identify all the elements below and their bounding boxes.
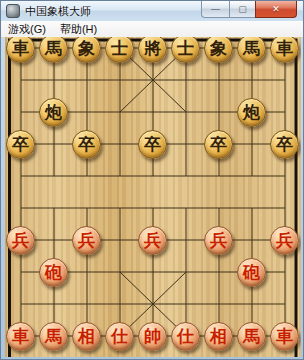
close-icon: ✕ <box>272 5 280 14</box>
menubar: 游戏(G) 帮助(H) <box>1 21 303 38</box>
piece-red-advisor[interactable]: 仕 <box>171 322 200 351</box>
piece-red-soldier[interactable]: 兵 <box>6 226 35 255</box>
piece-black-horse[interactable]: 馬 <box>237 37 266 63</box>
piece-black-soldier[interactable]: 卒 <box>6 130 35 159</box>
piece-red-soldier[interactable]: 兵 <box>270 226 299 255</box>
piece-black-soldier[interactable]: 卒 <box>270 130 299 159</box>
xiangqi-board[interactable]: 車馬象士將士象馬車炮炮卒卒卒卒卒兵兵兵兵兵砲砲車馬相仕帥仕相馬車 <box>5 37 301 357</box>
app-window: 中国象棋大师 — ▢ ✕ 游戏(G) 帮助(H) <box>0 0 304 360</box>
piece-red-cannon[interactable]: 砲 <box>237 258 266 287</box>
minimize-icon: — <box>211 5 220 14</box>
piece-black-general[interactable]: 將 <box>138 37 167 63</box>
piece-black-elephant[interactable]: 象 <box>204 37 233 63</box>
close-button[interactable]: ✕ <box>255 1 297 18</box>
piece-red-horse[interactable]: 馬 <box>237 322 266 351</box>
piece-black-horse[interactable]: 馬 <box>39 37 68 63</box>
piece-red-soldier[interactable]: 兵 <box>138 226 167 255</box>
app-icon <box>6 4 20 18</box>
piece-red-chariot[interactable]: 車 <box>270 322 299 351</box>
maximize-icon: ▢ <box>238 5 247 14</box>
piece-red-advisor[interactable]: 仕 <box>105 322 134 351</box>
minimize-button[interactable]: — <box>201 1 230 18</box>
piece-black-soldier[interactable]: 卒 <box>72 130 101 159</box>
piece-black-cannon[interactable]: 炮 <box>39 98 68 127</box>
piece-red-elephant[interactable]: 相 <box>72 322 101 351</box>
piece-black-cannon[interactable]: 炮 <box>237 98 266 127</box>
piece-black-chariot[interactable]: 車 <box>6 37 35 63</box>
menu-help[interactable]: 帮助(H) <box>53 21 104 37</box>
piece-red-cannon[interactable]: 砲 <box>39 258 68 287</box>
menu-game[interactable]: 游戏(G) <box>1 21 53 37</box>
piece-red-horse[interactable]: 馬 <box>39 322 68 351</box>
piece-black-advisor[interactable]: 士 <box>171 37 200 63</box>
piece-red-soldier[interactable]: 兵 <box>72 226 101 255</box>
caption-buttons: — ▢ ✕ <box>202 1 297 18</box>
window-title: 中国象棋大师 <box>25 4 91 19</box>
piece-red-chariot[interactable]: 車 <box>6 322 35 351</box>
piece-black-elephant[interactable]: 象 <box>72 37 101 63</box>
maximize-button[interactable]: ▢ <box>229 1 256 18</box>
piece-red-general[interactable]: 帥 <box>138 322 167 351</box>
piece-black-chariot[interactable]: 車 <box>270 37 299 63</box>
piece-layer: 車馬象士將士象馬車炮炮卒卒卒卒卒兵兵兵兵兵砲砲車馬相仕帥仕相馬車 <box>5 37 301 352</box>
piece-red-soldier[interactable]: 兵 <box>204 226 233 255</box>
piece-black-advisor[interactable]: 士 <box>105 37 134 63</box>
piece-black-soldier[interactable]: 卒 <box>204 130 233 159</box>
piece-red-elephant[interactable]: 相 <box>204 322 233 351</box>
piece-black-soldier[interactable]: 卒 <box>138 130 167 159</box>
